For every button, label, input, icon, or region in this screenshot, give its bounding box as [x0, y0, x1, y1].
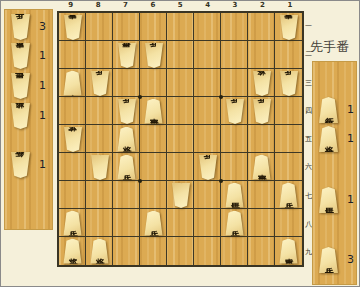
board-cell[interactable]	[140, 237, 167, 265]
file-label: 3	[221, 1, 248, 10]
hand-count: 1	[347, 132, 354, 145]
file-label: 5	[167, 1, 194, 10]
board-cell[interactable]	[59, 41, 86, 69]
hand-piece[interactable]: 角行	[10, 152, 31, 178]
board-cell[interactable]	[248, 237, 275, 265]
board-piece[interactable]: 全	[90, 155, 110, 180]
board-cell[interactable]	[167, 97, 194, 125]
board-cell[interactable]	[221, 125, 248, 153]
board-cell[interactable]	[86, 125, 113, 153]
shogi-board: 香車香車桂馬歩兵全歩兵金将歩兵歩兵飛車歩兵歩兵王将金将全歩兵歩兵飛車全桂馬歩兵歩…	[57, 11, 304, 267]
file-label: 4	[194, 1, 221, 10]
board-piece[interactable]: 歩兵	[279, 183, 299, 208]
board-piece[interactable]: 歩兵	[117, 155, 137, 180]
board-cell[interactable]	[275, 41, 302, 69]
hand-count: 1	[39, 79, 46, 92]
board-cell[interactable]	[194, 13, 221, 41]
board-piece[interactable]: 玉将	[63, 239, 83, 264]
board-cell[interactable]	[194, 209, 221, 237]
board-piece[interactable]: 金将	[117, 127, 137, 152]
board-cell[interactable]	[248, 41, 275, 69]
board-cell[interactable]	[140, 125, 167, 153]
board-cell[interactable]	[86, 181, 113, 209]
hand-piece[interactable]: 桂馬	[10, 73, 31, 99]
hand-piece[interactable]: 桂馬	[318, 187, 339, 213]
board-piece[interactable]: 歩兵	[117, 99, 137, 124]
board-cell[interactable]	[167, 153, 194, 181]
hand-count: 1	[39, 158, 46, 171]
board-cell[interactable]	[167, 69, 194, 97]
file-label: 9	[57, 1, 84, 10]
hand-count: 3	[39, 20, 46, 33]
board-cell[interactable]	[275, 153, 302, 181]
file-label: 6	[139, 1, 166, 10]
board-piece[interactable]: 歩兵	[144, 43, 164, 68]
hand-count: 1	[39, 49, 46, 62]
board-piece[interactable]: 歩兵	[144, 211, 164, 236]
hand-count: 3	[347, 253, 354, 266]
board-cell[interactable]	[248, 181, 275, 209]
board-cell[interactable]	[194, 181, 221, 209]
hand-piece[interactable]: 角行	[318, 97, 339, 123]
rank-label: 一	[304, 12, 313, 40]
board-piece[interactable]: 歩兵	[63, 211, 83, 236]
file-label: 8	[84, 1, 111, 10]
board-cell[interactable]	[248, 13, 275, 41]
board-piece[interactable]: 歩兵	[90, 71, 110, 96]
board-piece[interactable]: 飛車	[144, 99, 164, 124]
board-piece[interactable]: 香車	[63, 15, 83, 40]
board-cell[interactable]	[113, 13, 140, 41]
hoshi-dot	[138, 179, 142, 183]
board-cell[interactable]	[167, 237, 194, 265]
board-piece[interactable]: 歩兵	[252, 99, 272, 124]
board-cell[interactable]	[221, 237, 248, 265]
hand-count: 1	[347, 193, 354, 206]
board-cell[interactable]	[275, 209, 302, 237]
board-piece[interactable]: 歩兵	[225, 211, 245, 236]
board-cell[interactable]	[86, 13, 113, 41]
hand-piece[interactable]: 銀将	[10, 103, 31, 129]
board-cell[interactable]	[167, 13, 194, 41]
board-piece[interactable]: 金将	[90, 239, 110, 264]
board-cell[interactable]	[140, 69, 167, 97]
board-cell[interactable]	[86, 209, 113, 237]
board-cell[interactable]	[140, 13, 167, 41]
board-cell[interactable]	[113, 69, 140, 97]
board-cell[interactable]	[86, 41, 113, 69]
board-cell[interactable]	[167, 125, 194, 153]
board-cell[interactable]	[275, 97, 302, 125]
board-cell[interactable]	[221, 13, 248, 41]
gote-hand-stand: 歩兵3香車1桂馬1銀将1角行1	[4, 9, 53, 230]
board-piece[interactable]: 王将	[63, 127, 83, 152]
hand-piece[interactable]: 香車	[10, 43, 31, 69]
board-piece[interactable]: 歩兵	[198, 155, 218, 180]
hand-count: 1	[39, 109, 46, 122]
hoshi-dot	[219, 179, 223, 183]
board-cell[interactable]	[113, 181, 140, 209]
board-piece[interactable]: 全	[63, 71, 83, 96]
hoshi-dot	[219, 95, 223, 99]
board-piece[interactable]: 香車	[279, 239, 299, 264]
board-cell[interactable]	[221, 41, 248, 69]
board-cell[interactable]	[194, 125, 221, 153]
board-cell[interactable]	[248, 209, 275, 237]
board-cell[interactable]	[140, 181, 167, 209]
hand-piece[interactable]: 金将	[318, 126, 339, 152]
board-cell[interactable]	[59, 181, 86, 209]
board-cell[interactable]	[59, 97, 86, 125]
board-piece[interactable]: 桂馬	[225, 183, 245, 208]
board-cell[interactable]	[167, 41, 194, 69]
file-labels: 987654321	[57, 1, 304, 10]
board-piece[interactable]: 全	[171, 183, 191, 208]
board-piece[interactable]: 金将	[252, 71, 272, 96]
shogi-app: 987654321 香車香車桂馬歩兵全歩兵金将歩兵歩兵飛車歩兵歩兵王将金将全歩兵…	[0, 0, 360, 287]
board-piece[interactable]: 歩兵	[279, 71, 299, 96]
board-cell[interactable]	[86, 97, 113, 125]
hoshi-dot	[138, 95, 142, 99]
board-cell[interactable]	[221, 69, 248, 97]
board-piece[interactable]: 歩兵	[225, 99, 245, 124]
hand-piece[interactable]: 歩兵	[10, 14, 31, 40]
board-cell[interactable]	[194, 41, 221, 69]
board-piece[interactable]: 香車	[279, 15, 299, 40]
file-label: 7	[112, 1, 139, 10]
hand-count: 1	[347, 103, 354, 116]
board-cell[interactable]	[221, 153, 248, 181]
file-label: 2	[249, 1, 276, 10]
board-cell[interactable]	[194, 237, 221, 265]
board-cell[interactable]	[59, 153, 86, 181]
board-piece[interactable]: 桂馬	[117, 43, 137, 68]
board-cell[interactable]	[194, 97, 221, 125]
board-cell[interactable]	[113, 209, 140, 237]
file-label: 1	[276, 1, 303, 10]
board-cell[interactable]	[140, 153, 167, 181]
board-cell[interactable]	[194, 69, 221, 97]
board-cell[interactable]	[167, 209, 194, 237]
turn-indicator: 先手番	[310, 38, 360, 56]
sente-hand-stand: 角行1金将1桂馬1歩兵3	[312, 61, 357, 285]
board-piece[interactable]: 飛車	[252, 155, 272, 180]
board-cell[interactable]	[275, 125, 302, 153]
board-grid	[59, 13, 302, 265]
board-cell[interactable]	[248, 125, 275, 153]
board-cell[interactable]	[113, 237, 140, 265]
hand-piece[interactable]: 歩兵	[318, 247, 339, 273]
